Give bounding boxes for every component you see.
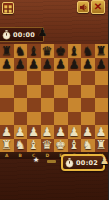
black-queen: ♛ <box>42 45 53 57</box>
white-clock-time: 00:02 <box>76 159 98 167</box>
square-a2[interactable]: ♟ <box>0 125 14 139</box>
square-a3[interactable] <box>0 112 14 126</box>
black-pawn: ♟ <box>96 58 107 70</box>
square-h3[interactable] <box>95 112 109 126</box>
square-d7[interactable]: ♟ <box>41 58 55 72</box>
square-h6[interactable] <box>95 71 109 85</box>
square-a5[interactable] <box>0 85 14 99</box>
black-pawn: ♟ <box>15 58 26 70</box>
white-pawn-icon: ♟ <box>100 156 108 166</box>
square-g5[interactable] <box>81 85 95 99</box>
square-h8[interactable]: ♜ <box>95 44 109 58</box>
square-h7[interactable]: ♟ <box>95 58 109 72</box>
black-pawn: ♟ <box>82 58 93 70</box>
black-bishop: ♝ <box>69 45 80 57</box>
star-icon[interactable]: ★ <box>33 156 39 163</box>
square-e8[interactable]: ♚ <box>54 44 68 58</box>
square-d1[interactable]: ♛ <box>41 139 55 153</box>
black-pawn: ♟ <box>1 58 12 70</box>
square-a4[interactable] <box>0 98 14 112</box>
square-f4[interactable] <box>68 98 82 112</box>
square-b5[interactable] <box>14 85 28 99</box>
black-pawn: ♟ <box>42 58 53 70</box>
file-label-d: D <box>41 152 55 159</box>
stopwatch-icon <box>65 153 74 172</box>
white-pawn: ♟ <box>1 126 12 138</box>
square-a1[interactable]: ♜ <box>0 139 14 153</box>
square-f6[interactable] <box>68 71 82 85</box>
black-player-clock: 00:00 ♟ <box>0 27 44 42</box>
white-pawn: ♟ <box>82 126 93 138</box>
menu-button[interactable] <box>2 2 14 14</box>
square-b1[interactable]: ♞ <box>14 139 28 153</box>
black-clock-time: 00:00 <box>13 31 35 39</box>
square-h4[interactable] <box>95 98 109 112</box>
square-a8[interactable]: ♜ <box>0 44 14 58</box>
black-knight: ♞ <box>15 45 26 57</box>
file-label-a: A <box>0 152 14 159</box>
square-g3[interactable] <box>81 112 95 126</box>
square-b4[interactable] <box>14 98 28 112</box>
square-c4[interactable] <box>27 98 41 112</box>
square-f7[interactable]: ♟ <box>68 58 82 72</box>
square-f5[interactable] <box>68 85 82 99</box>
square-b3[interactable] <box>14 112 28 126</box>
square-d3[interactable] <box>41 112 55 126</box>
square-f8[interactable]: ♝ <box>68 44 82 58</box>
stopwatch-icon <box>2 25 11 44</box>
square-h1[interactable]: ♜ <box>95 139 109 153</box>
square-b2[interactable]: ♟ <box>14 125 28 139</box>
square-h2[interactable]: ♟ <box>95 125 109 139</box>
chess-board: ♜♞♝♛♚♝♞♜♟♟♟♟♟♟♟♟♟♟♟♟♟♟♟♟♜♞♝♛♚♝♞♜ <box>0 44 108 152</box>
white-pawn: ♟ <box>15 126 26 138</box>
square-c6[interactable] <box>27 71 41 85</box>
white-rook: ♜ <box>1 139 12 151</box>
square-e4[interactable] <box>54 98 68 112</box>
square-a6[interactable] <box>0 71 14 85</box>
black-knight: ♞ <box>82 45 93 57</box>
white-pawn: ♟ <box>28 126 39 138</box>
square-e2[interactable]: ♟ <box>54 125 68 139</box>
square-g4[interactable] <box>81 98 95 112</box>
square-e7[interactable]: ♟ <box>54 58 68 72</box>
white-pawn: ♟ <box>69 126 80 138</box>
speaker-icon <box>79 0 88 15</box>
mini-label <box>47 160 56 163</box>
white-pawn: ♟ <box>96 126 107 138</box>
square-d5[interactable] <box>41 85 55 99</box>
black-bishop: ♝ <box>28 45 39 57</box>
white-bishop: ♝ <box>69 139 80 151</box>
black-rook: ♜ <box>1 45 12 57</box>
square-g1[interactable]: ♞ <box>81 139 95 153</box>
white-rook: ♜ <box>96 139 107 151</box>
square-h5[interactable] <box>95 85 109 99</box>
black-rook: ♜ <box>96 45 107 57</box>
square-b6[interactable] <box>14 71 28 85</box>
black-king: ♚ <box>55 45 66 57</box>
close-icon: ✕ <box>94 2 102 12</box>
square-d2[interactable]: ♟ <box>41 125 55 139</box>
square-a7[interactable]: ♟ <box>0 58 14 72</box>
square-d4[interactable] <box>41 98 55 112</box>
square-e5[interactable] <box>54 85 68 99</box>
white-knight: ♞ <box>15 139 26 151</box>
white-knight: ♞ <box>82 139 93 151</box>
square-f2[interactable]: ♟ <box>68 125 82 139</box>
app-window: ✕ 00:00 ♟ ♜♞♝♛♚♝♞♜♟♟♟♟♟♟♟♟♟♟♟♟♟♟♟♟♜♞♝♛♚♝… <box>0 0 108 200</box>
file-label-b: B <box>14 152 28 159</box>
square-c3[interactable] <box>27 112 41 126</box>
white-king: ♚ <box>55 139 66 151</box>
black-pawn: ♟ <box>69 58 80 70</box>
black-pawn: ♟ <box>55 58 66 70</box>
square-c7[interactable]: ♟ <box>27 58 41 72</box>
square-f3[interactable] <box>68 112 82 126</box>
square-e3[interactable] <box>54 112 68 126</box>
square-d6[interactable] <box>41 71 55 85</box>
square-g8[interactable]: ♞ <box>81 44 95 58</box>
white-player-clock: 00:02 ♟ <box>61 154 105 171</box>
white-pawn: ♟ <box>42 126 53 138</box>
square-c5[interactable] <box>27 85 41 99</box>
black-pawn: ♟ <box>28 58 39 70</box>
square-c2[interactable]: ♟ <box>27 125 41 139</box>
square-g2[interactable]: ♟ <box>81 125 95 139</box>
sound-button[interactable] <box>77 1 89 13</box>
square-c1[interactable]: ♝ <box>27 139 41 153</box>
square-e1[interactable]: ♚ <box>54 139 68 153</box>
black-pawn-icon: ♟ <box>37 27 47 38</box>
close-button[interactable]: ✕ <box>91 0 105 14</box>
square-e6[interactable] <box>54 71 68 85</box>
square-b7[interactable]: ♟ <box>14 58 28 72</box>
square-d8[interactable]: ♛ <box>41 44 55 58</box>
white-pawn: ♟ <box>55 126 66 138</box>
square-g7[interactable]: ♟ <box>81 58 95 72</box>
white-bishop: ♝ <box>28 139 39 151</box>
white-queen: ♛ <box>42 139 53 151</box>
square-c8[interactable]: ♝ <box>27 44 41 58</box>
square-b8[interactable]: ♞ <box>14 44 28 58</box>
square-g6[interactable] <box>81 71 95 85</box>
square-f1[interactable]: ♝ <box>68 139 82 153</box>
grid-menu-icon <box>4 1 12 16</box>
